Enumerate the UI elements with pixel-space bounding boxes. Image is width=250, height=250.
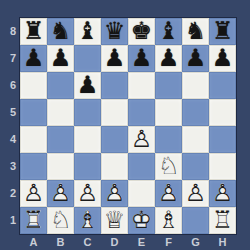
square-c4[interactable]: [74, 126, 101, 153]
square-c6[interactable]: ♟: [74, 72, 101, 99]
square-f2[interactable]: ♟♙: [155, 180, 182, 207]
file-label-g: G: [182, 235, 209, 250]
square-f4[interactable]: [155, 126, 182, 153]
white-pawn[interactable]: ♟♙: [209, 180, 236, 207]
black-pawn[interactable]: ♟: [209, 45, 236, 72]
white-bishop[interactable]: ♝♗: [155, 207, 182, 234]
white-bishop[interactable]: ♝♗: [74, 207, 101, 234]
square-a5[interactable]: [20, 99, 47, 126]
square-b8[interactable]: ♞: [47, 18, 74, 45]
square-a8[interactable]: ♜: [20, 18, 47, 45]
white-pawn[interactable]: ♟♙: [47, 180, 74, 207]
square-e8[interactable]: ♚: [128, 18, 155, 45]
black-pawn[interactable]: ♟: [128, 45, 155, 72]
black-pawn[interactable]: ♟: [101, 45, 128, 72]
square-f5[interactable]: [155, 99, 182, 126]
square-d7[interactable]: ♟: [101, 45, 128, 72]
file-labels: ABCDEFGH: [20, 235, 236, 250]
square-d8[interactable]: ♛: [101, 18, 128, 45]
white-pawn[interactable]: ♟♙: [74, 180, 101, 207]
white-king[interactable]: ♚♔: [128, 207, 155, 234]
rank-label-1: 1: [0, 207, 16, 234]
file-label-f: F: [155, 235, 182, 250]
square-b4[interactable]: [47, 126, 74, 153]
square-h5[interactable]: [209, 99, 236, 126]
black-pawn[interactable]: ♟: [47, 45, 74, 72]
square-g3[interactable]: [182, 153, 209, 180]
square-h6[interactable]: [209, 72, 236, 99]
square-a4[interactable]: [20, 126, 47, 153]
rank-label-6: 6: [0, 72, 16, 99]
square-c2[interactable]: ♟♙: [74, 180, 101, 207]
square-e3[interactable]: [128, 153, 155, 180]
black-rook[interactable]: ♜: [20, 18, 47, 45]
white-pawn[interactable]: ♟♙: [155, 180, 182, 207]
black-pawn[interactable]: ♟: [20, 45, 47, 72]
rank-label-5: 5: [0, 99, 16, 126]
square-f6[interactable]: [155, 72, 182, 99]
square-e4[interactable]: ♟♙: [128, 126, 155, 153]
square-a7[interactable]: ♟: [20, 45, 47, 72]
square-f3[interactable]: ♞♘: [155, 153, 182, 180]
square-c7[interactable]: [74, 45, 101, 72]
square-c3[interactable]: [74, 153, 101, 180]
black-queen[interactable]: ♛: [101, 18, 128, 45]
square-g4[interactable]: [182, 126, 209, 153]
square-h2[interactable]: ♟♙: [209, 180, 236, 207]
rank-label-8: 8: [0, 18, 16, 45]
square-g1[interactable]: [182, 207, 209, 234]
black-pawn[interactable]: ♟: [155, 45, 182, 72]
square-c5[interactable]: [74, 99, 101, 126]
chess-board: ♜♞♝♛♚♝♞♜♟♟♟♟♟♟♟♟♟♙♞♘♟♙♟♙♟♙♟♙♟♙♟♙♟♙♜♖♞♘♝♗…: [20, 18, 236, 234]
white-queen[interactable]: ♛♕: [101, 207, 128, 234]
square-b6[interactable]: [47, 72, 74, 99]
black-pawn[interactable]: ♟: [74, 72, 101, 99]
file-label-d: D: [101, 235, 128, 250]
square-a1[interactable]: ♜♖: [20, 207, 47, 234]
square-g8[interactable]: ♞: [182, 18, 209, 45]
rank-label-7: 7: [0, 45, 16, 72]
square-h1[interactable]: ♜♖: [209, 207, 236, 234]
white-pawn[interactable]: ♟♙: [20, 180, 47, 207]
file-label-h: H: [209, 235, 236, 250]
square-f7[interactable]: ♟: [155, 45, 182, 72]
black-bishop[interactable]: ♝: [74, 18, 101, 45]
black-king[interactable]: ♚: [128, 18, 155, 45]
rank-label-3: 3: [0, 153, 16, 180]
square-a6[interactable]: [20, 72, 47, 99]
square-c8[interactable]: ♝: [74, 18, 101, 45]
file-label-b: B: [47, 235, 74, 250]
chess-diagram: 87654321 ♜♞♝♛♚♝♞♜♟♟♟♟♟♟♟♟♟♙♞♘♟♙♟♙♟♙♟♙♟♙♟…: [0, 0, 250, 250]
square-d1[interactable]: ♛♕: [101, 207, 128, 234]
square-g7[interactable]: ♟: [182, 45, 209, 72]
rank-label-2: 2: [0, 180, 16, 207]
square-h7[interactable]: ♟: [209, 45, 236, 72]
black-rook[interactable]: ♜: [209, 18, 236, 45]
square-h8[interactable]: ♜: [209, 18, 236, 45]
file-label-e: E: [128, 235, 155, 250]
square-d3[interactable]: [101, 153, 128, 180]
white-rook[interactable]: ♜♖: [209, 207, 236, 234]
square-g6[interactable]: [182, 72, 209, 99]
square-g2[interactable]: ♟♙: [182, 180, 209, 207]
square-e1[interactable]: ♚♔: [128, 207, 155, 234]
square-e7[interactable]: ♟: [128, 45, 155, 72]
square-e2[interactable]: [128, 180, 155, 207]
square-e6[interactable]: [128, 72, 155, 99]
square-a2[interactable]: ♟♙: [20, 180, 47, 207]
square-b2[interactable]: ♟♙: [47, 180, 74, 207]
file-label-c: C: [74, 235, 101, 250]
white-pawn[interactable]: ♟♙: [182, 180, 209, 207]
white-rook[interactable]: ♜♖: [20, 207, 47, 234]
square-b3[interactable]: [47, 153, 74, 180]
square-f1[interactable]: ♝♗: [155, 207, 182, 234]
rank-labels: 87654321: [0, 18, 20, 234]
square-d5[interactable]: [101, 99, 128, 126]
black-knight[interactable]: ♞: [47, 18, 74, 45]
square-f8[interactable]: ♝: [155, 18, 182, 45]
square-b1[interactable]: ♞♘: [47, 207, 74, 234]
square-g5[interactable]: [182, 99, 209, 126]
black-knight[interactable]: ♞: [182, 18, 209, 45]
square-b5[interactable]: [47, 99, 74, 126]
white-knight[interactable]: ♞♘: [47, 207, 74, 234]
square-h3[interactable]: [209, 153, 236, 180]
square-b7[interactable]: ♟: [47, 45, 74, 72]
black-pawn[interactable]: ♟: [182, 45, 209, 72]
rank-label-4: 4: [0, 126, 16, 153]
square-d6[interactable]: [101, 72, 128, 99]
square-c1[interactable]: ♝♗: [74, 207, 101, 234]
square-h4[interactable]: [209, 126, 236, 153]
square-a3[interactable]: [20, 153, 47, 180]
black-bishop[interactable]: ♝: [155, 18, 182, 45]
white-pawn[interactable]: ♟♙: [128, 126, 155, 153]
white-pawn[interactable]: ♟♙: [101, 180, 128, 207]
square-e5[interactable]: [128, 99, 155, 126]
white-knight[interactable]: ♞♘: [155, 153, 182, 180]
file-label-a: A: [20, 235, 47, 250]
square-d4[interactable]: [101, 126, 128, 153]
square-d2[interactable]: ♟♙: [101, 180, 128, 207]
